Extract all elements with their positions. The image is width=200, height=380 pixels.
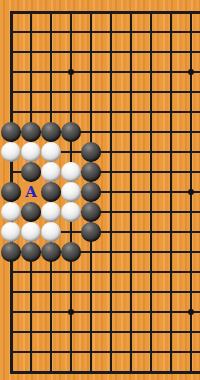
- go-board-diagram: A: [0, 0, 200, 380]
- white-stone: [41, 162, 61, 182]
- black-stone: [1, 122, 21, 142]
- white-stone: [21, 142, 41, 162]
- white-stone: [41, 222, 61, 242]
- white-stone: [41, 202, 61, 222]
- star-point: [188, 189, 194, 195]
- white-stone: [41, 142, 61, 162]
- white-stone: [1, 202, 21, 222]
- white-stone: [61, 162, 81, 182]
- black-stone: [21, 122, 41, 142]
- black-stone: [21, 162, 41, 182]
- star-point: [68, 69, 74, 75]
- black-stone: [81, 182, 101, 202]
- black-stone: [81, 202, 101, 222]
- black-stone: [41, 242, 61, 262]
- white-stone: [1, 142, 21, 162]
- black-stone: [61, 122, 81, 142]
- black-stone: [81, 222, 101, 242]
- black-stone: [41, 182, 61, 202]
- white-stone: [1, 222, 21, 242]
- black-stone: [41, 122, 61, 142]
- black-stone: [1, 182, 21, 202]
- black-stone: [21, 242, 41, 262]
- grid-vline: [150, 11, 152, 374]
- grid-vline: [110, 11, 112, 374]
- star-point: [188, 69, 194, 75]
- white-stone: [61, 202, 81, 222]
- white-stone: [21, 222, 41, 242]
- black-stone: [1, 242, 21, 262]
- star-point: [68, 309, 74, 315]
- black-stone: [81, 162, 101, 182]
- label-point-A[interactable]: A: [21, 182, 41, 202]
- grid-vline: [170, 11, 172, 374]
- white-stone: [61, 182, 81, 202]
- black-stone: [21, 202, 41, 222]
- black-stone: [81, 142, 101, 162]
- black-stone: [61, 242, 81, 262]
- star-point: [188, 309, 194, 315]
- grid-vline: [130, 11, 132, 374]
